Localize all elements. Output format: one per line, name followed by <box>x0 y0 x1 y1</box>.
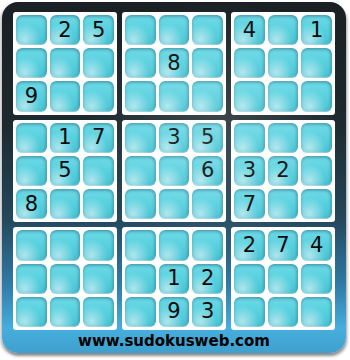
box-6: 327 <box>231 120 335 223</box>
cell-r9c1[interactable] <box>16 297 47 327</box>
box-8: 1293 <box>122 227 226 330</box>
cell-r9c5[interactable]: 9 <box>159 297 190 327</box>
cell-r4c9[interactable] <box>301 123 332 153</box>
cell-r4c3[interactable]: 7 <box>83 123 114 153</box>
cell-r6c9[interactable] <box>301 189 332 219</box>
cell-r4c5[interactable]: 3 <box>159 123 190 153</box>
cell-r1c5[interactable] <box>159 15 190 45</box>
cell-r6c6[interactable] <box>192 189 223 219</box>
box-1: 259 <box>13 12 117 115</box>
box-7 <box>13 227 117 330</box>
cell-r5c3[interactable] <box>83 156 114 186</box>
cell-r6c4[interactable] <box>125 189 156 219</box>
cell-r3c7[interactable] <box>234 81 265 111</box>
cell-r3c4[interactable] <box>125 81 156 111</box>
cell-r6c5[interactable] <box>159 189 190 219</box>
cell-r1c8[interactable] <box>268 15 299 45</box>
cell-r1c3[interactable]: 5 <box>83 15 114 45</box>
cell-r5c8[interactable]: 2 <box>268 156 299 186</box>
cell-r4c6[interactable]: 5 <box>192 123 223 153</box>
cell-r3c5[interactable] <box>159 81 190 111</box>
cell-r8c2[interactable] <box>50 264 81 294</box>
cell-r9c9[interactable] <box>301 297 332 327</box>
cell-r2c6[interactable] <box>192 48 223 78</box>
cell-r4c1[interactable] <box>16 123 47 153</box>
cell-r7c2[interactable] <box>50 230 81 260</box>
cell-r1c6[interactable] <box>192 15 223 45</box>
cell-r3c6[interactable] <box>192 81 223 111</box>
cell-r5c7[interactable]: 3 <box>234 156 265 186</box>
cell-r8c1[interactable] <box>16 264 47 294</box>
cell-r1c2[interactable]: 2 <box>50 15 81 45</box>
cell-r5c6[interactable]: 6 <box>192 156 223 186</box>
cell-r7c7[interactable]: 2 <box>234 230 265 260</box>
box-9: 274 <box>231 227 335 330</box>
cell-r7c4[interactable] <box>125 230 156 260</box>
cell-r9c7[interactable] <box>234 297 265 327</box>
cell-r8c6[interactable]: 2 <box>192 264 223 294</box>
box-5: 356 <box>122 120 226 223</box>
cell-r3c2[interactable] <box>50 81 81 111</box>
cell-r6c1[interactable]: 8 <box>16 189 47 219</box>
cell-r2c7[interactable] <box>234 48 265 78</box>
sudoku-grid: 25984117583563271293274 <box>13 12 335 330</box>
cell-r8c3[interactable] <box>83 264 114 294</box>
cell-r4c4[interactable] <box>125 123 156 153</box>
cell-r3c9[interactable] <box>301 81 332 111</box>
cell-r9c8[interactable] <box>268 297 299 327</box>
cell-r2c8[interactable] <box>268 48 299 78</box>
cell-r6c3[interactable] <box>83 189 114 219</box>
box-2: 8 <box>122 12 226 115</box>
box-3: 41 <box>231 12 335 115</box>
cell-r8c4[interactable] <box>125 264 156 294</box>
cell-r7c3[interactable] <box>83 230 114 260</box>
cell-r4c8[interactable] <box>268 123 299 153</box>
cell-r8c7[interactable] <box>234 264 265 294</box>
cell-r5c5[interactable] <box>159 156 190 186</box>
cell-r2c9[interactable] <box>301 48 332 78</box>
website-url: www.sudokusweb.com <box>13 330 335 353</box>
cell-r7c1[interactable] <box>16 230 47 260</box>
cell-r8c8[interactable] <box>268 264 299 294</box>
cell-r1c4[interactable] <box>125 15 156 45</box>
cell-r2c3[interactable] <box>83 48 114 78</box>
cell-r7c6[interactable] <box>192 230 223 260</box>
cell-r2c5[interactable]: 8 <box>159 48 190 78</box>
cell-r5c9[interactable] <box>301 156 332 186</box>
cell-r4c7[interactable] <box>234 123 265 153</box>
cell-r3c1[interactable]: 9 <box>16 81 47 111</box>
cell-r9c4[interactable] <box>125 297 156 327</box>
cell-r7c9[interactable]: 4 <box>301 230 332 260</box>
cell-r7c8[interactable]: 7 <box>268 230 299 260</box>
cell-r5c2[interactable]: 5 <box>50 156 81 186</box>
cell-r6c8[interactable] <box>268 189 299 219</box>
cell-r8c5[interactable]: 1 <box>159 264 190 294</box>
cell-r2c2[interactable] <box>50 48 81 78</box>
cell-r1c1[interactable] <box>16 15 47 45</box>
cell-r8c9[interactable] <box>301 264 332 294</box>
cell-r6c7[interactable]: 7 <box>234 189 265 219</box>
cell-r9c3[interactable] <box>83 297 114 327</box>
cell-r5c1[interactable] <box>16 156 47 186</box>
cell-r3c3[interactable] <box>83 81 114 111</box>
cell-r2c4[interactable] <box>125 48 156 78</box>
box-4: 1758 <box>13 120 117 223</box>
cell-r3c8[interactable] <box>268 81 299 111</box>
cell-r6c2[interactable] <box>50 189 81 219</box>
cell-r4c2[interactable]: 1 <box>50 123 81 153</box>
sudoku-board: 25984117583563271293274 www.sudokusweb.c… <box>2 2 346 353</box>
cell-r9c2[interactable] <box>50 297 81 327</box>
cell-r5c4[interactable] <box>125 156 156 186</box>
cell-r2c1[interactable] <box>16 48 47 78</box>
cell-r1c7[interactable]: 4 <box>234 15 265 45</box>
cell-r1c9[interactable]: 1 <box>301 15 332 45</box>
cell-r9c6[interactable]: 3 <box>192 297 223 327</box>
cell-r7c5[interactable] <box>159 230 190 260</box>
